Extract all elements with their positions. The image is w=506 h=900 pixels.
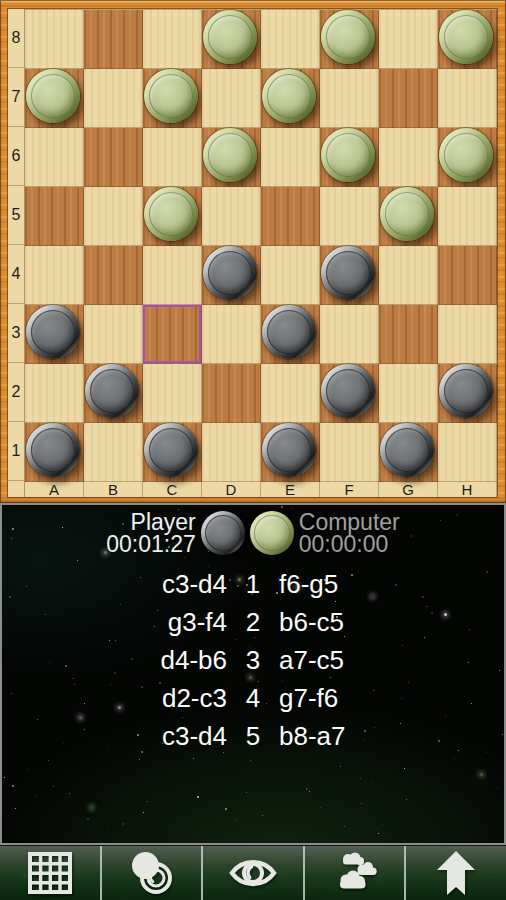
mv-right: g7-f6 [279,679,374,717]
green-piece-f8[interactable] [321,10,375,64]
board-grid-icon [27,851,73,895]
pieces-button[interactable] [102,846,204,900]
square-e1[interactable] [261,423,320,482]
square-g4[interactable] [379,246,438,305]
square-c2[interactable] [143,364,202,423]
checkers-pieces-icon [128,850,174,896]
mv-left: g3-f4 [132,603,227,641]
square-h2[interactable] [438,364,497,423]
rank-label-7: 7 [8,68,24,127]
square-h4[interactable] [438,246,497,305]
square-g3[interactable] [379,305,438,364]
file-label-h: H [438,481,497,497]
mv-right: b8-a7 [279,717,374,755]
square-h5[interactable] [438,187,497,246]
square-e2[interactable] [261,364,320,423]
square-h3[interactable] [438,305,497,364]
square-d3[interactable] [202,305,261,364]
gray-piece-b2[interactable] [85,364,139,418]
mv-left: c3-d4 [132,565,227,603]
file-label-c: C [143,481,202,497]
board-grid [25,9,497,481]
rank-label-2: 2 [8,363,24,422]
green-piece-f6[interactable] [321,128,375,182]
move-row-5: c3-d45b8-a7 [132,717,374,755]
green-piece-e7[interactable] [262,69,316,123]
player-piece-icon [201,511,245,555]
square-b3[interactable] [84,305,143,364]
green-piece-d6[interactable] [203,128,257,182]
computer-clock-block: Computer 00:00:00 [299,511,400,555]
square-b4[interactable] [84,246,143,305]
player-label: Player [131,511,196,533]
square-c3[interactable] [143,305,202,364]
player-clock-block: Player 00:01:27 [106,511,196,555]
move-row-1: c3-d41f6-g5 [132,565,374,603]
square-a6[interactable] [25,128,84,187]
computer-piece-icon [250,511,294,555]
rank-label-5: 5 [8,186,24,245]
square-c1[interactable] [143,423,202,482]
square-f8[interactable] [320,10,379,69]
up-arrow-icon [432,849,480,897]
green-piece-g5[interactable] [380,187,434,241]
clock-row: Player 00:01:27 Computer 00:00:00 [0,511,506,555]
player-time: 00:01:27 [106,533,196,555]
green-piece-h6[interactable] [439,128,493,182]
gray-piece-e3[interactable] [262,305,316,359]
square-g1[interactable] [379,423,438,482]
file-label-f: F [320,481,379,497]
mv-right: f6-g5 [279,565,374,603]
eye-icon [229,849,277,897]
move-list: c3-d41f6-g5g3-f42b6-c5d4-b63a7-c5d2-c34g… [0,565,506,755]
square-d8[interactable] [202,10,261,69]
square-c7[interactable] [143,69,202,128]
square-h7[interactable] [438,69,497,128]
board-frame: 87654321 ABCDEFGH [0,0,506,503]
square-e7[interactable] [261,69,320,128]
square-f6[interactable] [320,128,379,187]
square-f7[interactable] [320,69,379,128]
square-g2[interactable] [379,364,438,423]
mv-num: 4 [242,679,264,717]
green-piece-d8[interactable] [203,10,257,64]
square-c8[interactable] [143,10,202,69]
file-label-b: B [84,481,143,497]
square-e5[interactable] [261,187,320,246]
square-b1[interactable] [84,423,143,482]
square-f3[interactable] [320,305,379,364]
mv-num: 1 [242,565,264,603]
square-d7[interactable] [202,69,261,128]
square-b8[interactable] [84,10,143,69]
square-d6[interactable] [202,128,261,187]
gray-piece-f4[interactable] [321,246,375,300]
gray-piece-g1[interactable] [380,423,434,477]
square-e6[interactable] [261,128,320,187]
mv-left: d4-b6 [132,641,227,679]
mv-left: c3-d4 [132,717,227,755]
file-label-g: G [379,481,438,497]
square-d4[interactable] [202,246,261,305]
green-piece-c7[interactable] [144,69,198,123]
computer-time: 00:00:00 [299,533,389,555]
mv-right: b6-c5 [279,603,374,641]
toolbar [0,845,506,900]
gray-piece-c1[interactable] [144,423,198,477]
square-a3[interactable] [25,305,84,364]
square-d5[interactable] [202,187,261,246]
green-piece-c5[interactable] [144,187,198,241]
move-row-4: d2-c34g7-f6 [132,679,374,717]
clouds-icon [331,850,379,896]
file-label-d: D [202,481,261,497]
checkers-app-screen: 87654321 ABCDEFGH Player 00:01:27 Comput… [0,0,506,900]
gray-piece-a1[interactable] [26,423,80,477]
square-a8[interactable] [25,10,84,69]
square-g8[interactable] [379,10,438,69]
square-e4[interactable] [261,246,320,305]
square-g7[interactable] [379,69,438,128]
rank-label-4: 4 [8,245,24,304]
square-e8[interactable] [261,10,320,69]
square-a7[interactable] [25,69,84,128]
gray-piece-a3[interactable] [26,305,80,359]
square-h1[interactable] [438,423,497,482]
rank-label-8: 8 [8,9,24,68]
square-h6[interactable] [438,128,497,187]
mv-num: 5 [242,717,264,755]
rank-labels: 87654321 [8,9,25,497]
green-piece-h8[interactable] [439,10,493,64]
square-h8[interactable] [438,10,497,69]
rank-label-6: 6 [8,127,24,186]
mv-num: 3 [242,641,264,679]
move-row-3: d4-b63a7-c5 [132,641,374,679]
view-button[interactable] [203,846,305,900]
mv-num: 2 [242,603,264,641]
square-a1[interactable] [25,423,84,482]
square-a2[interactable] [25,364,84,423]
exit-button[interactable] [406,846,506,900]
file-labels: ABCDEFGH [25,481,497,497]
board-grid-button[interactable] [0,846,102,900]
square-c4[interactable] [143,246,202,305]
computer-label: Computer [299,511,400,533]
square-a5[interactable] [25,187,84,246]
square-b2[interactable] [84,364,143,423]
mv-right: a7-c5 [279,641,374,679]
gray-piece-h2[interactable] [439,364,493,418]
square-e3[interactable] [261,305,320,364]
square-a4[interactable] [25,246,84,305]
file-label-a: A [25,481,84,497]
lower-panel: Player 00:01:27 Computer 00:00:00 c3-d41… [0,503,506,900]
square-f2[interactable] [320,364,379,423]
gray-piece-d4[interactable] [203,246,257,300]
mv-left: d2-c3 [132,679,227,717]
board: 87654321 ABCDEFGH [8,9,497,497]
square-b5[interactable] [84,187,143,246]
gray-piece-f2[interactable] [321,364,375,418]
file-label-e: E [261,481,320,497]
rank-label-1: 1 [8,422,24,481]
square-c5[interactable] [143,187,202,246]
square-d2[interactable] [202,364,261,423]
square-f5[interactable] [320,187,379,246]
move-row-2: g3-f42b6-c5 [132,603,374,641]
square-b6[interactable] [84,128,143,187]
square-d1[interactable] [202,423,261,482]
gray-piece-e1[interactable] [262,423,316,477]
square-f1[interactable] [320,423,379,482]
square-b7[interactable] [84,69,143,128]
background-button[interactable] [305,846,407,900]
square-g5[interactable] [379,187,438,246]
square-c6[interactable] [143,128,202,187]
square-g6[interactable] [379,128,438,187]
square-f4[interactable] [320,246,379,305]
rank-label-3: 3 [8,304,24,363]
green-piece-a7[interactable] [26,69,80,123]
